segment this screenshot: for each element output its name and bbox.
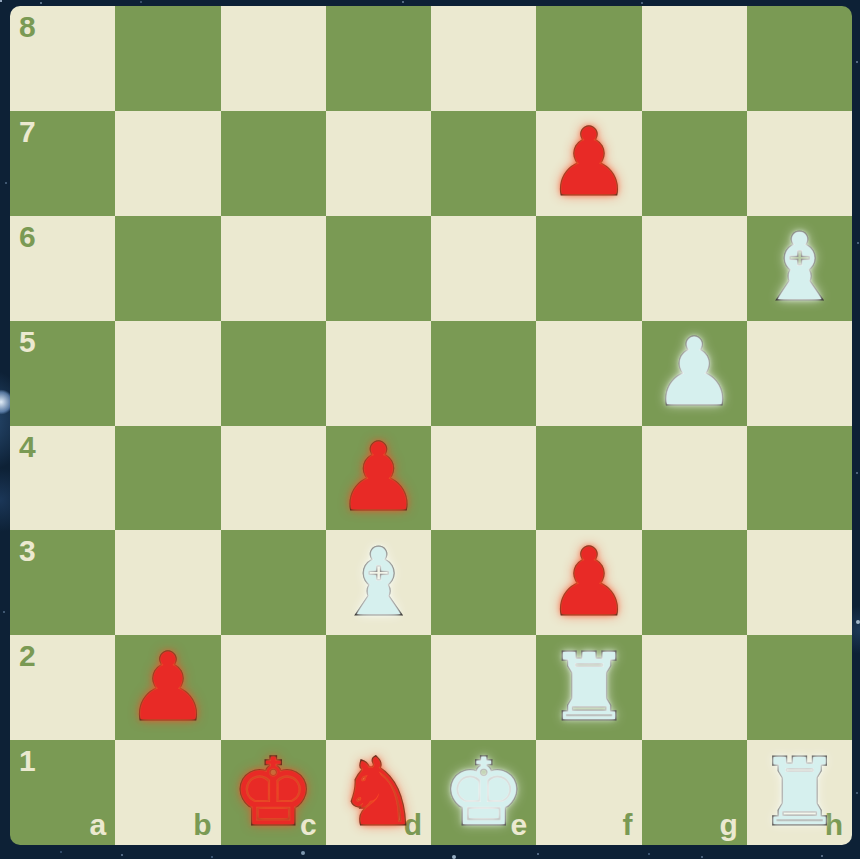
square-b8[interactable] [115,6,220,111]
square-a3[interactable]: 3 [10,530,115,635]
square-h8[interactable] [747,6,852,111]
rank-label-2: 2 [19,641,36,671]
square-g3[interactable] [642,530,747,635]
file-label-g: g [719,810,737,840]
red-king-c1[interactable]: ♚ [232,747,314,839]
rank-label-3: 3 [19,536,36,566]
square-a6[interactable]: 6 [10,216,115,321]
square-e4[interactable] [431,426,536,531]
square-b5[interactable] [115,321,220,426]
square-e7[interactable] [431,111,536,216]
red-knight-d1[interactable]: ♞ [337,747,419,839]
file-label-f: f [623,810,633,840]
red-pawn-d4[interactable]: ♟ [337,432,419,524]
rank-label-4: 4 [19,432,36,462]
white-king-e1[interactable]: ♚ [442,747,524,839]
square-g7[interactable] [642,111,747,216]
square-f7[interactable]: ♟ [536,111,641,216]
square-e1[interactable]: e♚ [431,740,536,845]
file-label-a: a [90,810,107,840]
square-e3[interactable] [431,530,536,635]
square-c3[interactable] [221,530,326,635]
square-b7[interactable] [115,111,220,216]
square-c8[interactable] [221,6,326,111]
square-d4[interactable]: ♟ [326,426,431,531]
board: 87♟6♝5♟4♟3♝♟2♟♜1abc♚d♞e♚fgh♜ [10,6,852,845]
square-g8[interactable] [642,6,747,111]
square-f8[interactable] [536,6,641,111]
red-pawn-f7[interactable]: ♟ [548,117,630,209]
square-c7[interactable] [221,111,326,216]
rank-label-1: 1 [19,746,36,776]
square-c2[interactable] [221,635,326,740]
rank-label-5: 5 [19,327,36,357]
square-d3[interactable]: ♝ [326,530,431,635]
file-label-b: b [193,810,211,840]
rank-label-7: 7 [19,117,36,147]
square-b2[interactable]: ♟ [115,635,220,740]
square-a4[interactable]: 4 [10,426,115,531]
square-d6[interactable] [326,216,431,321]
square-h5[interactable] [747,321,852,426]
square-g4[interactable] [642,426,747,531]
square-a8[interactable]: 8 [10,6,115,111]
square-h3[interactable] [747,530,852,635]
square-b4[interactable] [115,426,220,531]
square-h1[interactable]: h♜ [747,740,852,845]
square-h2[interactable] [747,635,852,740]
square-a2[interactable]: 2 [10,635,115,740]
square-h6[interactable]: ♝ [747,216,852,321]
square-a7[interactable]: 7 [10,111,115,216]
square-a5[interactable]: 5 [10,321,115,426]
white-pawn-g5[interactable]: ♟ [653,327,735,419]
square-g2[interactable] [642,635,747,740]
square-f5[interactable] [536,321,641,426]
square-f4[interactable] [536,426,641,531]
square-h7[interactable] [747,111,852,216]
square-g1[interactable]: g [642,740,747,845]
square-e6[interactable] [431,216,536,321]
square-e8[interactable] [431,6,536,111]
square-b1[interactable]: b [115,740,220,845]
white-rook-f2[interactable]: ♜ [548,642,630,734]
red-pawn-f3[interactable]: ♟ [548,537,630,629]
square-d8[interactable] [326,6,431,111]
stars-decoration [0,0,2,2]
rank-label-6: 6 [19,222,36,252]
square-d5[interactable] [326,321,431,426]
square-e2[interactable] [431,635,536,740]
white-bishop-d3[interactable]: ♝ [337,537,419,629]
square-f2[interactable]: ♜ [536,635,641,740]
square-b3[interactable] [115,530,220,635]
red-pawn-b2[interactable]: ♟ [127,642,209,734]
square-f6[interactable] [536,216,641,321]
rank-label-8: 8 [19,12,36,42]
square-h4[interactable] [747,426,852,531]
square-c5[interactable] [221,321,326,426]
white-rook-h1[interactable]: ♜ [758,747,840,839]
square-f3[interactable]: ♟ [536,530,641,635]
square-c4[interactable] [221,426,326,531]
square-e5[interactable] [431,321,536,426]
square-d1[interactable]: d♞ [326,740,431,845]
square-d7[interactable] [326,111,431,216]
square-c1[interactable]: c♚ [221,740,326,845]
square-d2[interactable] [326,635,431,740]
square-g6[interactable] [642,216,747,321]
white-bishop-h6[interactable]: ♝ [758,222,840,314]
square-a1[interactable]: 1a [10,740,115,845]
square-b6[interactable] [115,216,220,321]
square-g5[interactable]: ♟ [642,321,747,426]
square-f1[interactable]: f [536,740,641,845]
square-c6[interactable] [221,216,326,321]
